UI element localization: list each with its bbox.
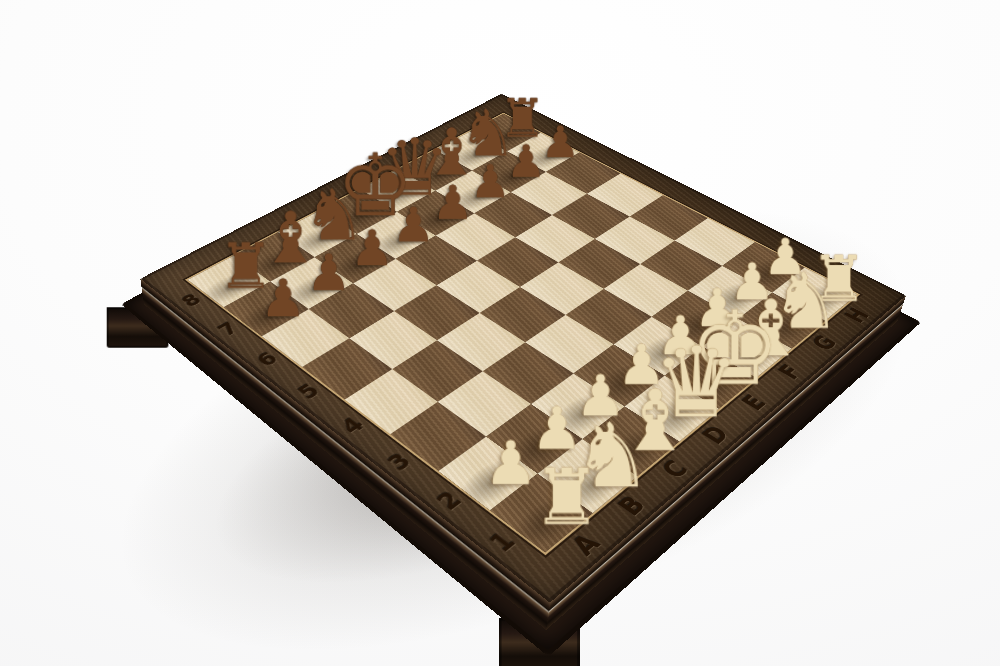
white-rook-a1: ♜ <box>493 467 640 530</box>
black-pawn-a7: ♟ <box>222 278 344 320</box>
photo-scene: ♜♝♞♚♛♝♞♜♟♟♟♟♟♟♟♟♟♟♟♟♟♟♟♟♜♞♝♛♚♝♞♜ ABCDEFG… <box>0 0 1000 666</box>
